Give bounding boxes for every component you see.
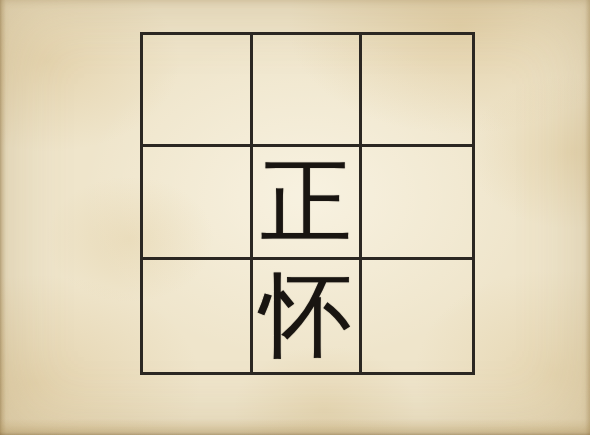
cell-r3c2[interactable]: 怀 [253, 260, 363, 372]
character-glyph-huai: 怀 [260, 270, 352, 362]
cell-r1c2[interactable] [253, 35, 363, 147]
character-glyph-zheng: 正 [260, 156, 352, 248]
cell-r3c1[interactable] [143, 260, 253, 372]
cell-r2c2[interactable]: 正 [253, 147, 363, 259]
cell-r2c1[interactable] [143, 147, 253, 259]
parchment-background: 正 怀 [0, 0, 590, 435]
cell-r1c1[interactable] [143, 35, 253, 147]
puzzle-board: 正 怀 [140, 32, 475, 375]
cell-r1c3[interactable] [362, 35, 472, 147]
cell-r3c3[interactable] [362, 260, 472, 372]
cell-r2c3[interactable] [362, 147, 472, 259]
